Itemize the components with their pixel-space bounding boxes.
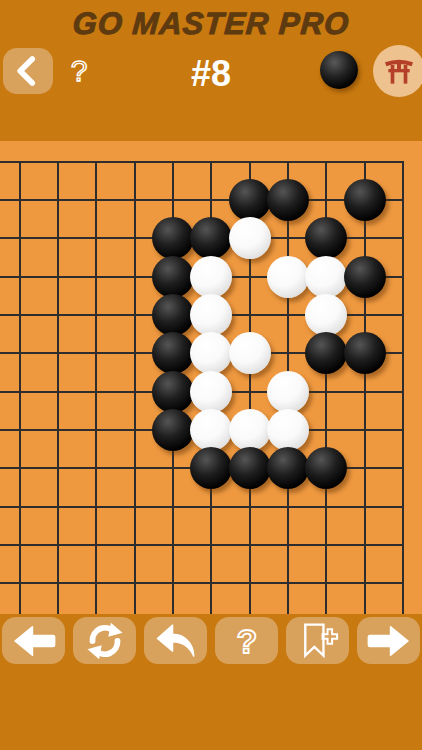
grid-hline bbox=[0, 506, 404, 508]
bookmark-button[interactable] bbox=[286, 617, 349, 664]
stone-black bbox=[305, 332, 347, 374]
stone-white bbox=[190, 371, 232, 413]
stone-black bbox=[152, 256, 194, 298]
restart-button[interactable] bbox=[73, 617, 136, 664]
next-problem-button[interactable] bbox=[357, 617, 420, 664]
toolbar: ? bbox=[0, 614, 422, 750]
stone-white bbox=[305, 256, 347, 298]
stone-white bbox=[190, 294, 232, 336]
stone-white bbox=[229, 409, 271, 451]
previous-problem-button[interactable] bbox=[2, 617, 65, 664]
stone-black bbox=[152, 294, 194, 336]
grid-hline bbox=[0, 582, 404, 584]
stone-black bbox=[190, 447, 232, 489]
stone-white bbox=[190, 256, 232, 298]
stone-white bbox=[229, 332, 271, 374]
stone-white bbox=[267, 409, 309, 451]
header: GO MASTER PRO ? #8 bbox=[0, 0, 422, 141]
stone-white bbox=[267, 256, 309, 298]
stone-black bbox=[152, 332, 194, 374]
grid-vline bbox=[134, 161, 136, 614]
stone-white bbox=[229, 217, 271, 259]
grid-vline bbox=[364, 161, 366, 614]
grid-vline bbox=[95, 161, 97, 614]
stone-white bbox=[267, 371, 309, 413]
hint-button[interactable]: ? bbox=[215, 617, 278, 664]
undo-button[interactable] bbox=[144, 617, 207, 664]
app-title: GO MASTER PRO bbox=[0, 6, 422, 42]
grid-vline bbox=[402, 161, 404, 614]
stone-black bbox=[152, 371, 194, 413]
stone-black bbox=[229, 179, 271, 221]
arrow-right-icon bbox=[366, 622, 412, 660]
puzzle-number: #8 bbox=[0, 53, 422, 95]
torii-button[interactable] bbox=[373, 45, 422, 97]
bookmark-plus-icon bbox=[296, 621, 340, 661]
stone-black bbox=[305, 447, 347, 489]
toolbar-row: ? bbox=[0, 617, 422, 664]
stone-black bbox=[152, 409, 194, 451]
stone-black bbox=[344, 256, 386, 298]
stone-black bbox=[344, 179, 386, 221]
grid-hline bbox=[0, 161, 404, 163]
turn-indicator-black-stone bbox=[320, 51, 358, 89]
stone-black bbox=[190, 217, 232, 259]
stone-black bbox=[267, 179, 309, 221]
stone-black bbox=[267, 447, 309, 489]
go-master-pro-app: GO MASTER PRO ? #8 bbox=[0, 0, 422, 750]
question-mark-icon: ? bbox=[236, 622, 257, 660]
stone-white bbox=[305, 294, 347, 336]
stone-black bbox=[344, 332, 386, 374]
go-board[interactable] bbox=[0, 141, 422, 614]
grid-vline bbox=[57, 161, 59, 614]
stone-white bbox=[190, 409, 232, 451]
arrow-left-icon bbox=[11, 622, 57, 660]
grid-hline bbox=[0, 544, 404, 546]
torii-gate-icon bbox=[383, 55, 415, 87]
undo-icon bbox=[154, 622, 198, 660]
grid-vline bbox=[19, 161, 21, 614]
stone-black bbox=[152, 217, 194, 259]
stone-white bbox=[190, 332, 232, 374]
stone-black bbox=[229, 447, 271, 489]
stone-black bbox=[305, 217, 347, 259]
refresh-icon bbox=[84, 621, 126, 661]
